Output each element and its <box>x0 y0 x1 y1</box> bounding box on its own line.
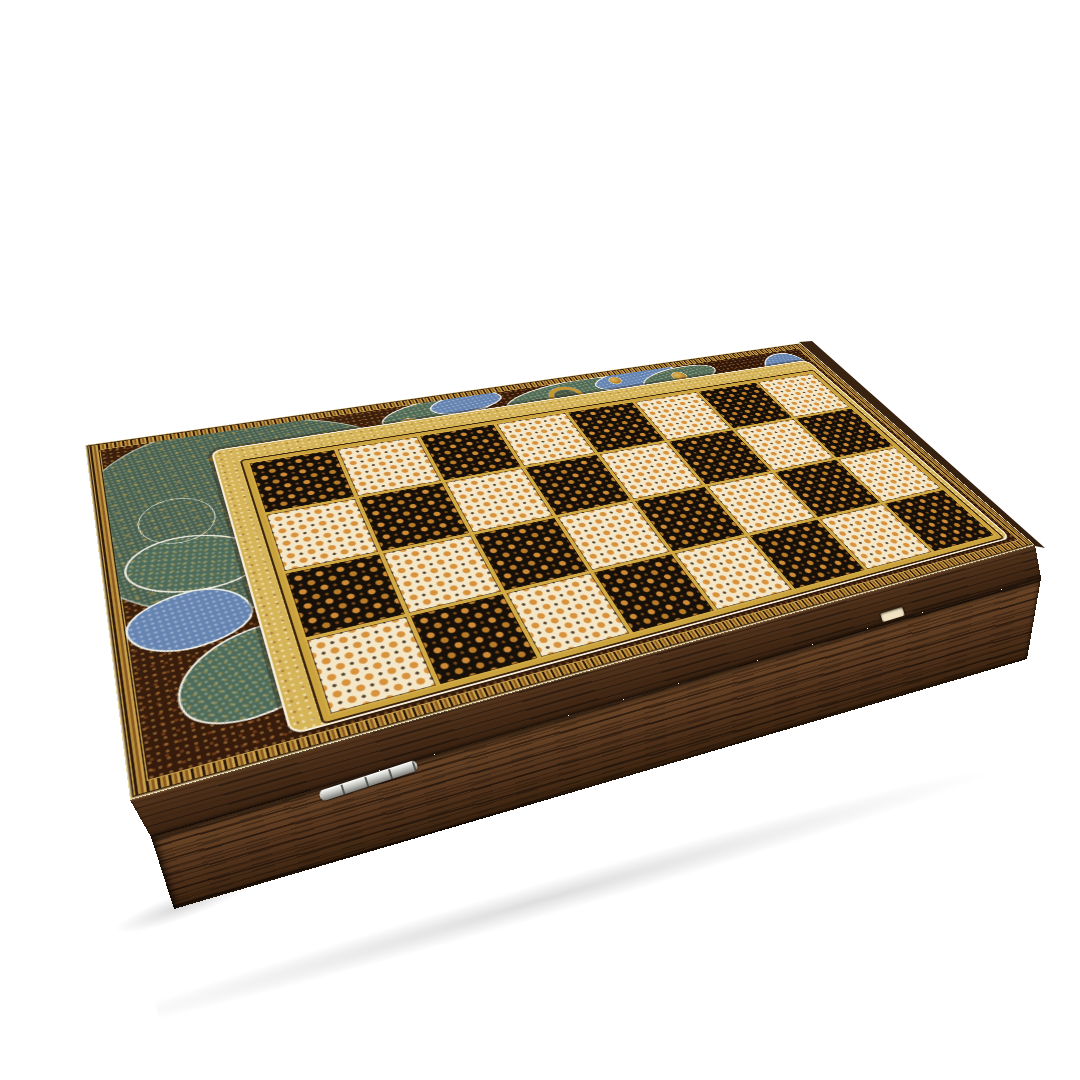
product-photo-scene <box>0 0 1080 1080</box>
